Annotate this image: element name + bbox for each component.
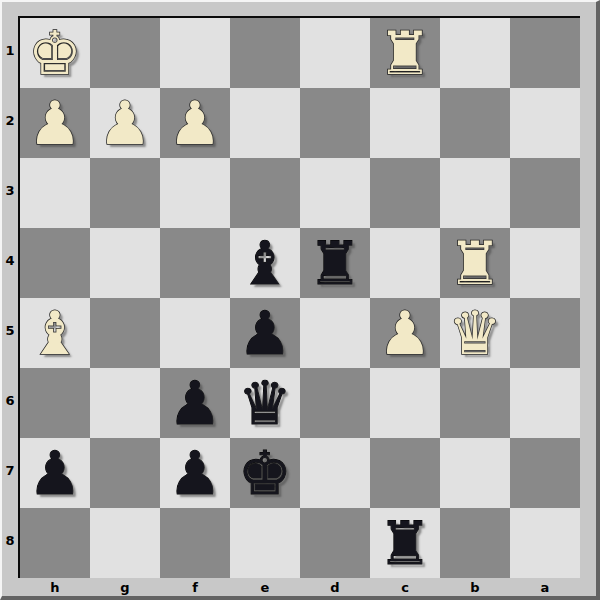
piece-bP-f6: ♟: [168, 368, 222, 438]
square-e2[interactable]: [230, 88, 300, 158]
square-f6[interactable]: ♟: [160, 368, 230, 438]
piece-wP-h2: ♟: [28, 88, 82, 158]
square-e1[interactable]: [230, 18, 300, 88]
square-h4[interactable]: [20, 228, 90, 298]
piece-wK-h1: ♚: [28, 18, 82, 88]
square-a7[interactable]: [510, 438, 580, 508]
file-label-a: a: [510, 578, 580, 597]
square-d1[interactable]: [300, 18, 370, 88]
square-a8[interactable]: [510, 508, 580, 578]
square-f8[interactable]: [160, 508, 230, 578]
square-h3[interactable]: [20, 158, 90, 228]
square-e4[interactable]: ♝: [230, 228, 300, 298]
square-a3[interactable]: [510, 158, 580, 228]
piece-wB-h5: ♝: [28, 298, 82, 368]
square-f2[interactable]: ♟: [160, 88, 230, 158]
square-a2[interactable]: [510, 88, 580, 158]
file-label-e: e: [230, 578, 300, 597]
rank-label-8: 8: [3, 506, 17, 576]
chessboard-frame: ♚♜♟♟♟♝♜♜♝♟♟♛♟♛♟♟♚♜ 12345678 hgfedcba: [0, 0, 600, 600]
square-d8[interactable]: [300, 508, 370, 578]
file-label-b: b: [440, 578, 510, 597]
piece-bQ-e6: ♛: [238, 368, 292, 438]
square-f4[interactable]: [160, 228, 230, 298]
square-h5[interactable]: ♝: [20, 298, 90, 368]
square-b8[interactable]: [440, 508, 510, 578]
square-b2[interactable]: [440, 88, 510, 158]
square-g2[interactable]: ♟: [90, 88, 160, 158]
rank-label-7: 7: [3, 436, 17, 506]
square-h7[interactable]: ♟: [20, 438, 90, 508]
rank-label-4: 4: [3, 226, 17, 296]
square-e8[interactable]: [230, 508, 300, 578]
square-g5[interactable]: [90, 298, 160, 368]
square-a4[interactable]: [510, 228, 580, 298]
square-h2[interactable]: ♟: [20, 88, 90, 158]
rank-label-1: 1: [3, 16, 17, 86]
square-f5[interactable]: [160, 298, 230, 368]
square-b1[interactable]: [440, 18, 510, 88]
piece-wP-f2: ♟: [168, 88, 222, 158]
square-b6[interactable]: [440, 368, 510, 438]
square-b4[interactable]: ♜: [440, 228, 510, 298]
square-h6[interactable]: [20, 368, 90, 438]
square-d3[interactable]: [300, 158, 370, 228]
file-label-f: f: [160, 578, 230, 597]
square-h1[interactable]: ♚: [20, 18, 90, 88]
square-c3[interactable]: [370, 158, 440, 228]
chess-board: ♚♜♟♟♟♝♜♜♝♟♟♛♟♛♟♟♚♜: [18, 16, 580, 578]
piece-bB-e4: ♝: [238, 228, 292, 298]
square-g7[interactable]: [90, 438, 160, 508]
rank-label-6: 6: [3, 366, 17, 436]
square-d6[interactable]: [300, 368, 370, 438]
square-c6[interactable]: [370, 368, 440, 438]
file-label-c: c: [370, 578, 440, 597]
piece-bR-c8: ♜: [378, 508, 432, 578]
piece-wQ-b5: ♛: [448, 298, 502, 368]
file-label-g: g: [90, 578, 160, 597]
square-e7[interactable]: ♚: [230, 438, 300, 508]
square-g6[interactable]: [90, 368, 160, 438]
square-h8[interactable]: [20, 508, 90, 578]
square-g1[interactable]: [90, 18, 160, 88]
square-g4[interactable]: [90, 228, 160, 298]
square-d7[interactable]: [300, 438, 370, 508]
rank-label-3: 3: [3, 156, 17, 226]
square-d2[interactable]: [300, 88, 370, 158]
square-c7[interactable]: [370, 438, 440, 508]
piece-wP-c5: ♟: [378, 298, 432, 368]
square-a5[interactable]: [510, 298, 580, 368]
square-c5[interactable]: ♟: [370, 298, 440, 368]
square-f3[interactable]: [160, 158, 230, 228]
square-f7[interactable]: ♟: [160, 438, 230, 508]
piece-bP-f7: ♟: [168, 438, 222, 508]
square-b3[interactable]: [440, 158, 510, 228]
square-e5[interactable]: ♟: [230, 298, 300, 368]
square-a1[interactable]: [510, 18, 580, 88]
square-d4[interactable]: ♜: [300, 228, 370, 298]
square-c2[interactable]: [370, 88, 440, 158]
file-label-h: h: [20, 578, 90, 597]
piece-bP-e5: ♟: [238, 298, 292, 368]
square-a6[interactable]: [510, 368, 580, 438]
square-b7[interactable]: [440, 438, 510, 508]
rank-label-2: 2: [3, 86, 17, 156]
piece-bP-h7: ♟: [28, 438, 82, 508]
square-c8[interactable]: ♜: [370, 508, 440, 578]
square-b5[interactable]: ♛: [440, 298, 510, 368]
rank-label-5: 5: [3, 296, 17, 366]
file-label-d: d: [300, 578, 370, 597]
piece-wR-c1: ♜: [378, 18, 432, 88]
piece-bR-d4: ♜: [308, 228, 362, 298]
piece-bK-e7: ♚: [238, 438, 292, 508]
square-d5[interactable]: [300, 298, 370, 368]
square-e6[interactable]: ♛: [230, 368, 300, 438]
square-e3[interactable]: [230, 158, 300, 228]
piece-wR-b4: ♜: [448, 228, 502, 298]
square-c4[interactable]: [370, 228, 440, 298]
square-g8[interactable]: [90, 508, 160, 578]
square-g3[interactable]: [90, 158, 160, 228]
square-c1[interactable]: ♜: [370, 18, 440, 88]
square-f1[interactable]: [160, 18, 230, 88]
piece-wP-g2: ♟: [98, 88, 152, 158]
